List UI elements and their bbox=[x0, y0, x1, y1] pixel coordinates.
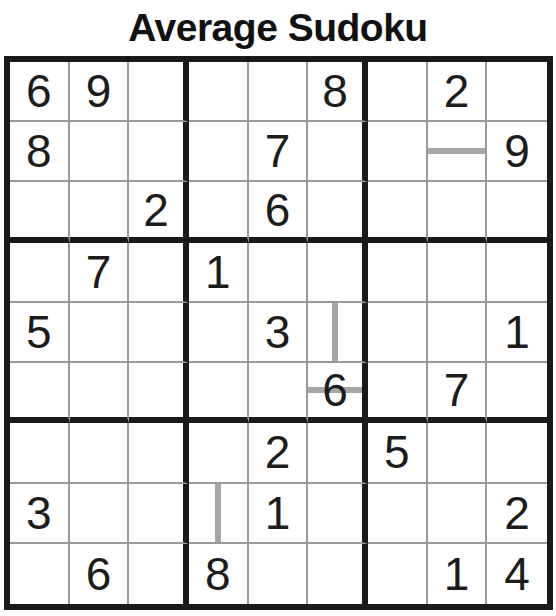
cell-r5c2[interactable] bbox=[70, 303, 130, 363]
cell-r4c3[interactable] bbox=[129, 243, 189, 303]
cell-r5c5[interactable]: 3 bbox=[249, 303, 309, 363]
cell-r5c9[interactable]: 1 bbox=[487, 303, 547, 363]
cell-r9c6[interactable] bbox=[308, 544, 368, 604]
cell-r5c8[interactable] bbox=[428, 303, 488, 363]
cell-r5c7[interactable] bbox=[368, 303, 428, 363]
cell-r4c4[interactable]: 1 bbox=[189, 243, 249, 303]
cell-r8c3[interactable] bbox=[129, 484, 189, 544]
cell-r3c3[interactable]: 2 bbox=[129, 182, 189, 242]
given-digit: 3 bbox=[265, 309, 291, 355]
cell-r6c8[interactable]: 7 bbox=[428, 363, 488, 423]
given-digit: 2 bbox=[265, 429, 291, 475]
given-digit: 2 bbox=[143, 187, 169, 233]
cell-r3c7[interactable] bbox=[368, 182, 428, 242]
given-digit: 1 bbox=[205, 249, 231, 295]
cell-r8c9[interactable]: 2 bbox=[487, 484, 547, 544]
cell-r1c7[interactable] bbox=[368, 62, 428, 122]
cell-r3c2[interactable] bbox=[70, 182, 130, 242]
given-digit: 7 bbox=[444, 367, 470, 413]
cell-r6c7[interactable] bbox=[368, 363, 428, 423]
cell-r3c8[interactable] bbox=[428, 182, 488, 242]
cell-r2c7[interactable] bbox=[368, 122, 428, 182]
cell-r4c9[interactable] bbox=[487, 243, 547, 303]
cell-r8c8[interactable] bbox=[428, 484, 488, 544]
cell-r7c2[interactable] bbox=[70, 423, 130, 483]
cell-r7c9[interactable] bbox=[487, 423, 547, 483]
gray-vertical-bar bbox=[215, 484, 221, 542]
cell-r2c4[interactable] bbox=[189, 122, 249, 182]
cell-r6c3[interactable] bbox=[129, 363, 189, 423]
given-digit: 4 bbox=[504, 551, 530, 597]
cell-r8c4[interactable] bbox=[189, 484, 249, 544]
cell-r4c6[interactable] bbox=[308, 243, 368, 303]
given-digit: 5 bbox=[384, 429, 410, 475]
cell-r9c7[interactable] bbox=[368, 544, 428, 604]
given-digit: 2 bbox=[444, 68, 470, 114]
cell-r6c9[interactable] bbox=[487, 363, 547, 423]
cell-r6c2[interactable] bbox=[70, 363, 130, 423]
cell-r2c3[interactable] bbox=[129, 122, 189, 182]
cell-r4c1[interactable] bbox=[10, 243, 70, 303]
given-digit: 6 bbox=[26, 68, 52, 114]
cell-r3c1[interactable] bbox=[10, 182, 70, 242]
given-digit: 7 bbox=[265, 128, 291, 174]
cell-r2c8[interactable] bbox=[428, 122, 488, 182]
cell-r8c5[interactable]: 1 bbox=[249, 484, 309, 544]
cell-r2c6[interactable] bbox=[308, 122, 368, 182]
given-digit: 2 bbox=[504, 490, 530, 536]
cell-r5c1[interactable]: 5 bbox=[10, 303, 70, 363]
cell-r5c6[interactable] bbox=[308, 303, 368, 363]
given-digit: 9 bbox=[504, 128, 530, 174]
gray-vertical-bar bbox=[332, 303, 338, 361]
cell-r7c6[interactable] bbox=[308, 423, 368, 483]
cell-r4c7[interactable] bbox=[368, 243, 428, 303]
given-digit: 8 bbox=[26, 128, 52, 174]
cell-r9c8[interactable]: 1 bbox=[428, 544, 488, 604]
given-digit: 7 bbox=[86, 249, 112, 295]
cell-r4c5[interactable] bbox=[249, 243, 309, 303]
cell-r2c9[interactable]: 9 bbox=[487, 122, 547, 182]
cell-r1c9[interactable] bbox=[487, 62, 547, 122]
cell-r1c5[interactable] bbox=[249, 62, 309, 122]
cell-r3c4[interactable] bbox=[189, 182, 249, 242]
cell-r2c1[interactable]: 8 bbox=[10, 122, 70, 182]
cell-r1c3[interactable] bbox=[129, 62, 189, 122]
cell-r7c1[interactable] bbox=[10, 423, 70, 483]
given-digit: 6 bbox=[322, 367, 348, 413]
given-digit: 1 bbox=[504, 309, 530, 355]
cell-r1c4[interactable] bbox=[189, 62, 249, 122]
cell-r2c5[interactable]: 7 bbox=[249, 122, 309, 182]
cell-r6c5[interactable] bbox=[249, 363, 309, 423]
given-digit: 1 bbox=[444, 551, 470, 597]
cell-r1c1[interactable]: 6 bbox=[10, 62, 70, 122]
cell-r8c1[interactable]: 3 bbox=[10, 484, 70, 544]
cell-r6c4[interactable] bbox=[189, 363, 249, 423]
cell-r8c6[interactable] bbox=[308, 484, 368, 544]
cell-r7c4[interactable] bbox=[189, 423, 249, 483]
cell-r9c1[interactable] bbox=[10, 544, 70, 604]
cell-r1c6[interactable]: 8 bbox=[308, 62, 368, 122]
given-digit: 8 bbox=[322, 68, 348, 114]
given-digit: 8 bbox=[205, 551, 231, 597]
cell-r7c3[interactable] bbox=[129, 423, 189, 483]
cell-r6c1[interactable] bbox=[10, 363, 70, 423]
cell-r1c8[interactable]: 2 bbox=[428, 62, 488, 122]
cell-r8c7[interactable] bbox=[368, 484, 428, 544]
cell-r7c7[interactable]: 5 bbox=[368, 423, 428, 483]
cell-r2c2[interactable] bbox=[70, 122, 130, 182]
cell-r9c3[interactable] bbox=[129, 544, 189, 604]
cell-r1c2[interactable]: 9 bbox=[70, 62, 130, 122]
cell-r3c9[interactable] bbox=[487, 182, 547, 242]
sudoku-board: 6982879267153167253126814 bbox=[4, 56, 553, 610]
given-digit: 5 bbox=[26, 309, 52, 355]
cell-r9c4[interactable]: 8 bbox=[189, 544, 249, 604]
given-digit: 9 bbox=[86, 68, 112, 114]
cell-r4c8[interactable] bbox=[428, 243, 488, 303]
cell-r9c2[interactable]: 6 bbox=[70, 544, 130, 604]
cell-r9c5[interactable] bbox=[249, 544, 309, 604]
cell-r6c6[interactable]: 6 bbox=[308, 363, 368, 423]
puzzle-title: Average Sudoku bbox=[0, 0, 556, 56]
cell-r3c6[interactable] bbox=[308, 182, 368, 242]
given-digit: 6 bbox=[86, 551, 112, 597]
gray-horizontal-bar bbox=[428, 148, 486, 154]
given-digit: 6 bbox=[265, 187, 291, 233]
given-digit: 1 bbox=[265, 490, 291, 536]
cell-r5c4[interactable] bbox=[189, 303, 249, 363]
cell-r7c8[interactable] bbox=[428, 423, 488, 483]
cell-r8c2[interactable] bbox=[70, 484, 130, 544]
given-digit: 3 bbox=[26, 490, 52, 536]
cell-r5c3[interactable] bbox=[129, 303, 189, 363]
cell-r4c2[interactable]: 7 bbox=[70, 243, 130, 303]
cell-r7c5[interactable]: 2 bbox=[249, 423, 309, 483]
cell-r9c9[interactable]: 4 bbox=[487, 544, 547, 604]
cell-r3c5[interactable]: 6 bbox=[249, 182, 309, 242]
